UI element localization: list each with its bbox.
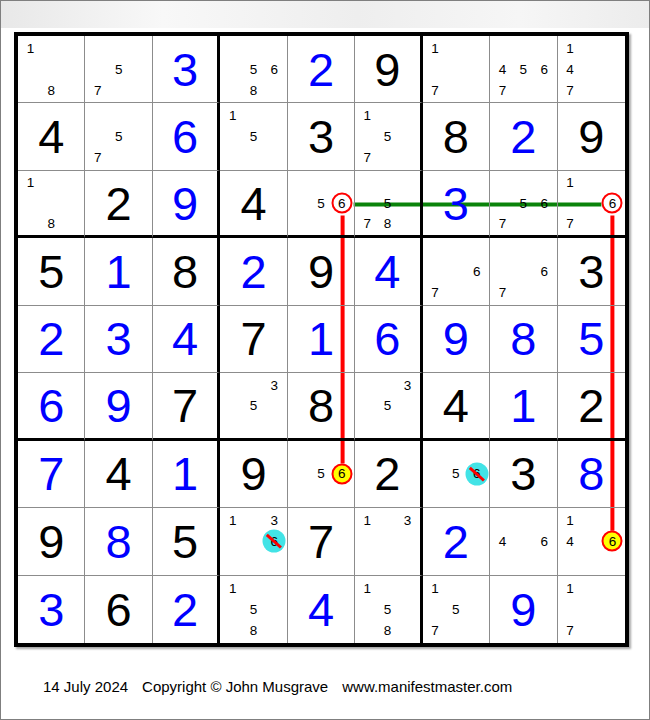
solved-digit: 6 [38, 382, 64, 429]
cell-r5c3[interactable]: 4 [153, 306, 220, 373]
candidate-5 [581, 59, 602, 80]
cell-r9c2[interactable]: 6 [85, 576, 152, 643]
candidate-9 [398, 552, 418, 573]
candidate-2 [445, 240, 466, 261]
cell-r2c5[interactable]: 3 [288, 103, 355, 170]
candidate-grid: 15 [220, 103, 286, 169]
candidate-2 [445, 443, 466, 464]
candidate-1 [425, 240, 446, 261]
candidate-7: 7 [492, 213, 513, 233]
cell-r4c1[interactable]: 5 [18, 238, 85, 305]
cell-r3c5[interactable]: 56 [288, 171, 355, 238]
given-digit: 3 [510, 450, 536, 497]
candidate-8 [513, 282, 534, 303]
candidate-7 [222, 620, 243, 641]
cell-r7c3[interactable]: 1 [153, 441, 220, 508]
cell-r4c7[interactable]: 67 [423, 238, 490, 305]
candidate-1: 1 [425, 38, 446, 59]
candidate-4 [87, 126, 108, 147]
candidate-9 [62, 80, 83, 101]
given-digit: 3 [308, 113, 334, 160]
candidate-8 [581, 620, 602, 641]
candidate-3 [331, 443, 352, 464]
cell-r9c7[interactable]: 157 [423, 576, 490, 643]
cell-r2c4[interactable]: 15 [220, 103, 287, 170]
cell-r9c6[interactable]: 158 [355, 576, 422, 643]
cell-r1c4[interactable]: 568 [220, 36, 287, 103]
candidate-5 [377, 531, 397, 552]
candidate-4 [87, 59, 108, 80]
candidate-6 [398, 395, 418, 415]
solved-digit: 1 [308, 315, 334, 362]
candidate-2 [243, 578, 264, 599]
candidate-9 [398, 147, 418, 168]
solved-digit: 2 [308, 46, 334, 93]
candidate-grid: 158 [355, 576, 419, 643]
cell-r1c9[interactable]: 147 [558, 36, 625, 103]
candidate-7 [222, 80, 243, 101]
candidate-3 [264, 38, 285, 59]
candidate-4 [20, 59, 41, 80]
candidate-8 [243, 147, 264, 168]
given-digit: 6 [106, 586, 132, 633]
candidate-7 [222, 147, 243, 168]
cell-r6c7[interactable]: 4 [423, 373, 490, 440]
candidate-3 [264, 105, 285, 126]
candidate-3 [466, 38, 487, 59]
cell-r4c2[interactable]: 1 [85, 238, 152, 305]
candidate-5: 5 [377, 126, 397, 147]
cell-r3c1[interactable]: 18 [18, 171, 85, 238]
cell-r6c2[interactable]: 9 [85, 373, 152, 440]
cell-r9c4[interactable]: 158 [220, 576, 287, 643]
candidate-2 [243, 38, 264, 59]
candidate-3 [534, 510, 555, 531]
cell-r5c4[interactable]: 7 [220, 306, 287, 373]
cell-r6c5[interactable]: 8 [288, 373, 355, 440]
candidate-6: 6 [331, 463, 352, 484]
candidate-8: 8 [377, 620, 397, 641]
solved-digit: 5 [578, 315, 604, 362]
solved-digit: 2 [510, 113, 536, 160]
candidate-8: 8 [243, 620, 264, 641]
candidate-2 [243, 510, 264, 531]
given-digit: 2 [106, 180, 132, 227]
cell-r1c7[interactable]: 17 [423, 36, 490, 103]
candidate-3 [264, 578, 285, 599]
cell-r5c8[interactable]: 8 [490, 306, 557, 373]
candidate-8 [377, 147, 397, 168]
candidate-4 [425, 261, 446, 282]
candidate-2 [41, 173, 62, 193]
given-digit: 4 [38, 113, 64, 160]
candidate-8 [243, 416, 264, 436]
cell-r9c1[interactable]: 3 [18, 576, 85, 643]
footer-copyright: Copyright © John Musgrave [142, 678, 328, 695]
candidate-3 [129, 38, 150, 59]
candidate-grid: 136 [220, 508, 286, 574]
cell-r5c1[interactable]: 2 [18, 306, 85, 373]
solved-digit: 1 [172, 450, 198, 497]
candidate-6 [398, 599, 418, 620]
cell-r5c5[interactable]: 1 [288, 306, 355, 373]
sudoku-app: { "game": "sudoku", "board": { "rows": 9… [0, 0, 650, 720]
cell-r3c7[interactable]: 3 [423, 171, 490, 238]
given-digit: 5 [172, 518, 198, 565]
candidate-9 [129, 147, 150, 168]
candidate-3 [398, 105, 418, 126]
cell-r8c5[interactable]: 7 [288, 508, 355, 575]
cell-r5c7[interactable]: 9 [423, 306, 490, 373]
given-digit: 9 [374, 46, 400, 93]
candidate-3 [602, 510, 623, 531]
candidate-1: 1 [357, 578, 377, 599]
candidate-5: 5 [243, 126, 264, 147]
candidate-2 [377, 510, 397, 531]
candidate-2 [108, 105, 129, 126]
cell-r7c7[interactable]: 56 [423, 441, 490, 508]
candidate-6 [466, 59, 487, 80]
candidate-grid: 146 [558, 508, 625, 574]
candidate-3: 3 [264, 375, 285, 395]
cell-r1c8[interactable]: 4567 [490, 36, 557, 103]
given-digit: 3 [578, 248, 604, 295]
cell-r9c5[interactable]: 4 [288, 576, 355, 643]
candidate-1: 1 [20, 38, 41, 59]
candidate-5: 5 [445, 599, 466, 620]
candidate-6: 6 [534, 531, 555, 552]
solved-digit: 3 [443, 180, 469, 227]
candidate-2 [581, 173, 602, 193]
candidate-3 [129, 105, 150, 126]
candidate-grid: 17 [423, 36, 489, 102]
candidate-3 [602, 578, 623, 599]
candidate-6 [62, 193, 83, 213]
candidate-3 [62, 173, 83, 193]
candidate-grid: 568 [220, 36, 286, 102]
candidate-6: 6 [602, 531, 623, 552]
cell-r4c9[interactable]: 3 [558, 238, 625, 305]
solved-digit: 9 [106, 382, 132, 429]
candidate-4 [20, 193, 41, 213]
candidate-4 [357, 126, 377, 147]
candidate-2 [108, 38, 129, 59]
candidate-1: 1 [357, 510, 377, 531]
candidate-6: 6 [602, 193, 623, 213]
cell-r6c3[interactable]: 7 [153, 373, 220, 440]
given-digit: 4 [106, 450, 132, 497]
cell-r8c3[interactable]: 5 [153, 508, 220, 575]
candidate-grid: 56 [288, 441, 354, 507]
candidate-1 [222, 375, 243, 395]
cell-r6c9[interactable]: 2 [558, 373, 625, 440]
footer: 14 July 2024 Copyright © John Musgrave w… [43, 678, 512, 695]
cell-r5c6[interactable]: 6 [355, 306, 422, 373]
candidate-5: 5 [108, 126, 129, 147]
cell-r6c8[interactable]: 1 [490, 373, 557, 440]
candidate-grid: 578 [355, 171, 419, 235]
given-digit: 7 [308, 518, 334, 565]
cell-r3c9[interactable]: 167 [558, 171, 625, 238]
candidate-5: 5 [377, 193, 397, 213]
candidate-4 [560, 599, 581, 620]
cell-r2c7[interactable]: 8 [423, 103, 490, 170]
candidate-6 [602, 599, 623, 620]
solved-digit: 2 [38, 315, 64, 362]
candidate-9 [264, 147, 285, 168]
candidate-7: 7 [87, 80, 108, 101]
given-digit: 2 [374, 450, 400, 497]
solved-digit: 8 [578, 450, 604, 497]
candidate-9 [602, 620, 623, 641]
cell-r9c3[interactable]: 2 [153, 576, 220, 643]
candidate-5 [445, 261, 466, 282]
cell-r7c4[interactable]: 9 [220, 441, 287, 508]
candidate-1: 1 [222, 578, 243, 599]
given-digit: 8 [308, 382, 334, 429]
candidate-8 [311, 213, 332, 233]
candidate-6 [398, 531, 418, 552]
cell-r4c5[interactable]: 9 [288, 238, 355, 305]
cell-r7c6[interactable]: 2 [355, 441, 422, 508]
candidate-6: 6 [466, 261, 487, 282]
solved-digit: 6 [374, 315, 400, 362]
candidate-5: 5 [513, 193, 534, 213]
candidate-5: 5 [513, 59, 534, 80]
cell-r2c9[interactable]: 9 [558, 103, 625, 170]
candidate-6 [398, 126, 418, 147]
candidate-4 [290, 193, 311, 213]
candidate-2 [377, 173, 397, 193]
candidate-2 [311, 443, 332, 464]
candidate-1 [492, 240, 513, 261]
candidate-9 [602, 80, 623, 101]
cell-r2c6[interactable]: 157 [355, 103, 422, 170]
cell-r5c9[interactable]: 5 [558, 306, 625, 373]
candidate-9 [466, 620, 487, 641]
candidate-9 [264, 416, 285, 436]
candidate-5 [445, 59, 466, 80]
candidate-1 [87, 105, 108, 126]
cell-r8c2[interactable]: 8 [85, 508, 152, 575]
candidate-6 [398, 193, 418, 213]
candidate-7: 7 [87, 147, 108, 168]
cell-r3c3[interactable]: 9 [153, 171, 220, 238]
candidate-2 [311, 173, 332, 193]
candidate-9 [129, 80, 150, 101]
candidate-1 [492, 510, 513, 531]
cell-r2c3[interactable]: 6 [153, 103, 220, 170]
cell-r6c6[interactable]: 35 [355, 373, 422, 440]
cell-r6c1[interactable]: 6 [18, 373, 85, 440]
cell-r8c8[interactable]: 46 [490, 508, 557, 575]
candidate-3 [466, 443, 487, 464]
candidate-9 [534, 213, 555, 233]
cell-r1c5[interactable]: 2 [288, 36, 355, 103]
candidate-3 [466, 240, 487, 261]
candidate-9 [398, 213, 418, 233]
candidate-9 [466, 484, 487, 505]
candidate-6: 6 [534, 59, 555, 80]
candidate-grid: 56 [288, 171, 354, 235]
candidate-6: 6 [466, 463, 487, 484]
cell-r3c6[interactable]: 578 [355, 171, 422, 238]
candidate-grid: 17 [558, 576, 625, 643]
candidate-9 [264, 552, 285, 573]
cell-r3c2[interactable]: 2 [85, 171, 152, 238]
board: 1857356829174567147457615315782918294565… [14, 32, 629, 647]
candidate-2 [243, 105, 264, 126]
candidate-7: 7 [357, 213, 377, 233]
candidate-4 [425, 599, 446, 620]
candidate-7: 7 [560, 213, 581, 233]
candidate-8: 8 [243, 80, 264, 101]
candidate-8 [513, 552, 534, 573]
candidate-6 [129, 126, 150, 147]
candidate-3 [398, 173, 418, 193]
candidate-9 [466, 282, 487, 303]
candidate-3: 3 [264, 510, 285, 531]
candidate-8 [108, 147, 129, 168]
candidate-9 [264, 80, 285, 101]
cell-r1c2[interactable]: 57 [85, 36, 152, 103]
candidate-1: 1 [222, 105, 243, 126]
candidate-2 [41, 38, 62, 59]
cell-r4c6[interactable]: 4 [355, 238, 422, 305]
cell-r3c8[interactable]: 567 [490, 171, 557, 238]
candidate-grid: 567 [490, 171, 556, 235]
candidate-7 [222, 552, 243, 573]
candidate-1 [290, 173, 311, 193]
candidate-9 [264, 620, 285, 641]
candidate-5 [581, 193, 602, 213]
candidate-2 [581, 578, 602, 599]
solved-digit: 8 [510, 315, 536, 362]
candidate-3 [62, 38, 83, 59]
solved-digit: 6 [172, 113, 198, 160]
cell-r8c9[interactable]: 146 [558, 508, 625, 575]
solved-digit: 7 [38, 450, 64, 497]
cell-r9c9[interactable]: 17 [558, 576, 625, 643]
candidate-3 [534, 38, 555, 59]
given-digit: 7 [172, 382, 198, 429]
candidate-1: 1 [560, 173, 581, 193]
candidate-4 [222, 395, 243, 415]
candidate-4: 4 [492, 59, 513, 80]
candidate-5 [513, 531, 534, 552]
candidate-9 [534, 80, 555, 101]
cell-r8c7[interactable]: 2 [423, 508, 490, 575]
cell-r1c6[interactable]: 9 [355, 36, 422, 103]
candidate-5: 5 [377, 599, 397, 620]
candidate-2 [377, 375, 397, 395]
candidate-5 [41, 193, 62, 213]
candidate-1 [290, 443, 311, 464]
candidate-4 [290, 463, 311, 484]
candidate-8 [581, 552, 602, 573]
candidate-6: 6 [331, 193, 352, 213]
cell-r4c8[interactable]: 67 [490, 238, 557, 305]
candidate-grid: 157 [423, 576, 489, 643]
given-digit: 4 [443, 382, 469, 429]
candidate-7: 7 [560, 620, 581, 641]
cell-r5c2[interactable]: 3 [85, 306, 152, 373]
given-digit: 8 [443, 113, 469, 160]
candidate-2 [377, 578, 397, 599]
candidate-grid: 18 [18, 171, 84, 235]
candidate-5: 5 [311, 193, 332, 213]
candidate-1: 1 [222, 510, 243, 531]
candidate-7 [492, 552, 513, 573]
cell-r7c2[interactable]: 4 [85, 441, 152, 508]
candidate-5 [581, 599, 602, 620]
candidate-6: 6 [264, 531, 285, 552]
candidate-8 [311, 484, 332, 505]
cell-r6c4[interactable]: 35 [220, 373, 287, 440]
candidate-3 [602, 38, 623, 59]
cell-r2c2[interactable]: 57 [85, 103, 152, 170]
candidate-2 [513, 240, 534, 261]
candidate-1: 1 [357, 105, 377, 126]
candidate-5 [513, 261, 534, 282]
cell-r8c6[interactable]: 13 [355, 508, 422, 575]
candidate-grid: 147 [558, 36, 625, 102]
cell-r2c1[interactable]: 4 [18, 103, 85, 170]
candidate-4: 4 [492, 531, 513, 552]
candidate-2 [445, 38, 466, 59]
candidate-7: 7 [560, 80, 581, 101]
cell-r3c4[interactable]: 4 [220, 171, 287, 238]
cell-r8c1[interactable]: 9 [18, 508, 85, 575]
candidate-8 [513, 80, 534, 101]
candidate-9 [602, 213, 623, 233]
cell-r8c4[interactable]: 136 [220, 508, 287, 575]
cell-r4c3[interactable]: 8 [153, 238, 220, 305]
candidate-8 [581, 80, 602, 101]
candidate-2 [445, 578, 466, 599]
candidate-8 [581, 213, 602, 233]
candidate-8 [377, 552, 397, 573]
candidate-5 [581, 531, 602, 552]
candidate-7: 7 [425, 80, 446, 101]
candidate-grid: 67 [423, 238, 489, 304]
cell-r7c1[interactable]: 7 [18, 441, 85, 508]
candidate-2 [513, 38, 534, 59]
candidate-1: 1 [425, 578, 446, 599]
cell-r7c9[interactable]: 8 [558, 441, 625, 508]
given-digit: 9 [308, 248, 334, 295]
cell-r1c1[interactable]: 18 [18, 36, 85, 103]
candidate-7: 7 [425, 282, 446, 303]
cell-r1c3[interactable]: 3 [153, 36, 220, 103]
candidate-8 [445, 282, 466, 303]
cell-r9c8[interactable]: 9 [490, 576, 557, 643]
candidate-9 [62, 213, 83, 233]
candidate-3: 3 [398, 375, 418, 395]
candidate-7 [20, 80, 41, 101]
candidate-8: 8 [377, 213, 397, 233]
candidate-grid: 157 [355, 103, 419, 169]
candidate-grid: 67 [490, 238, 556, 304]
cell-r2c8[interactable]: 2 [490, 103, 557, 170]
solved-digit: 1 [510, 382, 536, 429]
cell-r7c8[interactable]: 3 [490, 441, 557, 508]
cell-r7c5[interactable]: 56 [288, 441, 355, 508]
cell-r4c4[interactable]: 2 [220, 238, 287, 305]
candidate-9 [398, 416, 418, 436]
candidate-5: 5 [108, 59, 129, 80]
candidate-4: 4 [560, 59, 581, 80]
